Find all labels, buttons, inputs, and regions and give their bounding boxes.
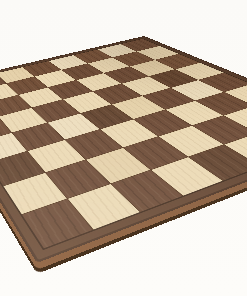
product-photo-scene	[0, 0, 247, 296]
chess-board	[0, 36, 247, 263]
board-grid	[0, 39, 247, 248]
